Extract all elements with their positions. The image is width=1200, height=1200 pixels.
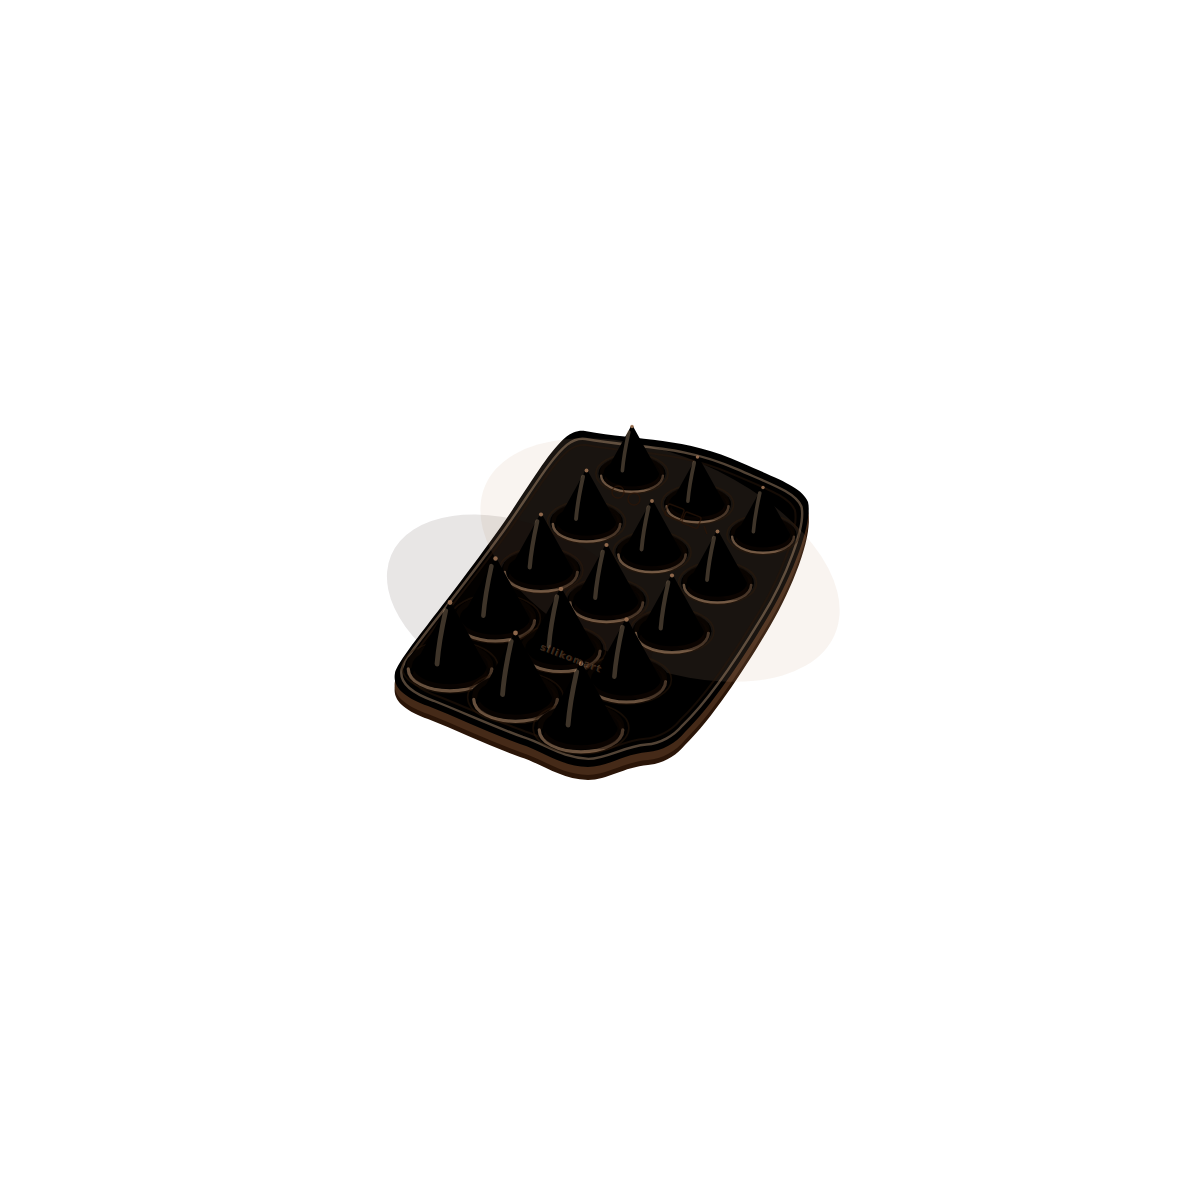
product-photo: silikomart silikomart xyxy=(0,0,1200,1200)
photo-stage: silikomart silikomart xyxy=(0,0,1200,1200)
